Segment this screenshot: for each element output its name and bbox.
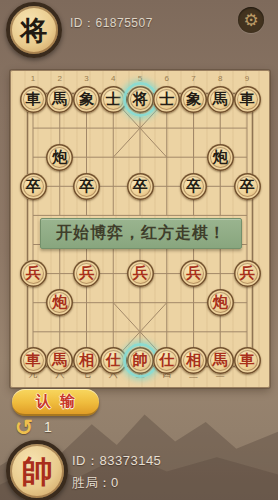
piece-char: 兵 <box>26 266 41 281</box>
black-piece-象[interactable]: 象 <box>73 86 100 113</box>
opponent-avatar-badge: 将 <box>6 2 62 58</box>
black-piece-卒[interactable]: 卒 <box>73 173 100 200</box>
black-piece-車[interactable]: 車 <box>20 86 47 113</box>
red-piece-馬[interactable]: 馬 <box>207 347 234 374</box>
player-piece-char: 帥 <box>22 456 53 487</box>
red-piece-車[interactable]: 車 <box>20 347 47 374</box>
black-piece-炮[interactable]: 炮 <box>207 144 234 171</box>
piece-char: 車 <box>240 353 255 368</box>
piece-char: 仕 <box>106 353 121 368</box>
piece-char: 車 <box>240 92 255 107</box>
red-piece-帥[interactable]: 帥 <box>127 347 154 374</box>
piece-char: 象 <box>186 92 201 107</box>
undo-clock-icon: ↺ <box>15 417 33 439</box>
column-number-top: 3 <box>84 74 88 83</box>
black-piece-卒[interactable]: 卒 <box>234 173 261 200</box>
piece-char: 卒 <box>26 179 41 194</box>
app-screen: 将 ID：61875507 ⚙ 123456789 九八七六五四三二一 車馬象士… <box>0 0 278 500</box>
black-piece-炮[interactable]: 炮 <box>46 144 73 171</box>
black-piece-車[interactable]: 車 <box>234 86 261 113</box>
column-number-top: 2 <box>58 74 62 83</box>
piece-char: 兵 <box>186 266 201 281</box>
piece-char: 車 <box>26 353 41 368</box>
undo-count: 1 <box>44 419 52 435</box>
piece-char: 帥 <box>133 353 148 368</box>
red-piece-兵[interactable]: 兵 <box>127 260 154 287</box>
piece-char: 馬 <box>213 92 228 107</box>
black-piece-士[interactable]: 士 <box>153 86 180 113</box>
piece-char: 将 <box>133 92 148 107</box>
red-piece-兵[interactable]: 兵 <box>234 260 261 287</box>
piece-char: 兵 <box>79 266 94 281</box>
black-piece-将[interactable]: 将 <box>127 86 154 113</box>
piece-char: 卒 <box>133 179 148 194</box>
settings-button[interactable]: ⚙ <box>238 7 264 33</box>
player-id-label: ID：83373145 <box>72 452 161 470</box>
player-avatar-badge: 帥 <box>6 440 68 500</box>
resign-button[interactable]: 认输 <box>12 389 99 416</box>
column-number-top: 8 <box>218 74 222 83</box>
black-piece-馬[interactable]: 馬 <box>46 86 73 113</box>
piece-char: 卒 <box>186 179 201 194</box>
opponent-id-label: ID：61875507 <box>70 15 153 32</box>
red-piece-炮[interactable]: 炮 <box>207 289 234 316</box>
turn-banner: 开始博弈，红方走棋！ <box>40 218 242 249</box>
red-piece-兵[interactable]: 兵 <box>20 260 47 287</box>
piece-char: 象 <box>79 92 94 107</box>
resign-button-label: 认输 <box>27 392 84 411</box>
black-piece-馬[interactable]: 馬 <box>207 86 234 113</box>
piece-char: 炮 <box>52 295 67 310</box>
column-number-top: 9 <box>245 74 249 83</box>
piece-char: 炮 <box>52 150 67 165</box>
piece-char: 炮 <box>213 150 228 165</box>
piece-char: 卒 <box>79 179 94 194</box>
piece-char: 兵 <box>133 266 148 281</box>
piece-char: 相 <box>186 353 201 368</box>
red-piece-兵[interactable]: 兵 <box>180 260 207 287</box>
piece-char: 士 <box>106 92 121 107</box>
player-wins-label: 胜局：0 <box>72 474 118 492</box>
turn-banner-text: 开始博弈，红方走棋！ <box>56 223 226 244</box>
piece-char: 相 <box>79 353 94 368</box>
piece-char: 車 <box>26 92 41 107</box>
black-piece-卒[interactable]: 卒 <box>180 173 207 200</box>
column-number-top: 6 <box>165 74 169 83</box>
piece-char: 兵 <box>240 266 255 281</box>
piece-char: 馬 <box>52 92 67 107</box>
piece-char: 仕 <box>159 353 174 368</box>
column-number-top: 1 <box>31 74 35 83</box>
undo-button[interactable]: ↺ <box>12 416 36 440</box>
piece-char: 卒 <box>240 179 255 194</box>
black-piece-卒[interactable]: 卒 <box>127 173 154 200</box>
red-piece-兵[interactable]: 兵 <box>73 260 100 287</box>
red-piece-車[interactable]: 車 <box>234 347 261 374</box>
column-number-top: 7 <box>191 74 195 83</box>
opponent-piece-char: 将 <box>21 17 48 44</box>
black-piece-卒[interactable]: 卒 <box>20 173 47 200</box>
piece-char: 馬 <box>213 353 228 368</box>
column-number-top: 4 <box>111 74 115 83</box>
black-piece-象[interactable]: 象 <box>180 86 207 113</box>
piece-char: 馬 <box>52 353 67 368</box>
gear-icon: ⚙ <box>243 12 258 29</box>
piece-char: 炮 <box>213 295 228 310</box>
piece-char: 士 <box>159 92 174 107</box>
